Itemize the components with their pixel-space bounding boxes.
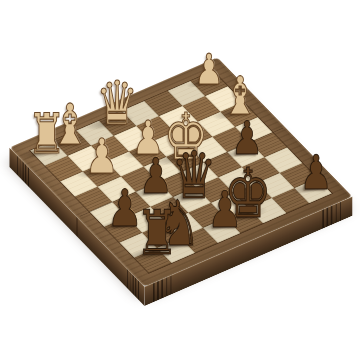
product-photo-stage: ♜♝♛♟♟♟♝♚♟♟♟♛♜♞♟♚♟ [0, 0, 360, 360]
board-square [226, 208, 264, 233]
board-square [135, 182, 173, 207]
board-square [127, 207, 165, 232]
board-square [60, 171, 98, 196]
board-square [158, 172, 196, 197]
board-square [150, 197, 188, 222]
board-square [157, 238, 195, 263]
board-square [294, 178, 332, 203]
board-square [173, 187, 211, 212]
board-square [211, 193, 249, 218]
board-square [271, 188, 309, 213]
board-frame [9, 57, 352, 287]
board-square [98, 177, 136, 202]
board-square [188, 203, 226, 228]
board-square [112, 192, 150, 217]
board-square [119, 232, 157, 257]
board-square [248, 198, 286, 223]
board-square [203, 218, 241, 243]
board-square [256, 173, 294, 198]
board-square [104, 217, 142, 242]
chess-board-3d [9, 57, 352, 287]
board-square [165, 213, 203, 238]
board-square [134, 248, 172, 273]
board-square [90, 202, 128, 227]
board-square [142, 222, 180, 247]
board-square [234, 183, 272, 208]
board-square [180, 228, 218, 253]
board-square [196, 177, 234, 202]
board-square [75, 187, 113, 212]
